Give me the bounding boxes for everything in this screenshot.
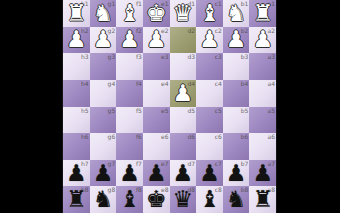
- piece-black-pawn[interactable]: ♟: [90, 160, 117, 187]
- piece-white-king[interactable]: ♚: [143, 0, 170, 27]
- square-coordinate-label: h6: [81, 133, 89, 140]
- square-f7[interactable]: f7♟: [116, 160, 143, 187]
- piece-white-pawn[interactable]: ♟: [196, 27, 223, 54]
- square-coordinate-label: g3: [108, 53, 116, 60]
- piece-white-pawn[interactable]: ♟: [249, 27, 276, 54]
- piece-black-bishop[interactable]: ♝: [116, 186, 143, 213]
- piece-black-rook[interactable]: ♜: [249, 186, 276, 213]
- piece-white-pawn[interactable]: ♟: [143, 27, 170, 54]
- chess-app-stage: h1♜g1♞f1♝e1♚d1♛c1♝b1♞a1♜h2♟g2♟f2♟e2♟d2c2…: [0, 0, 340, 213]
- square-b4[interactable]: b4: [223, 80, 250, 107]
- piece-black-rook[interactable]: ♜: [63, 186, 90, 213]
- square-f1[interactable]: f1♝: [116, 0, 143, 27]
- square-c8[interactable]: c8♝: [196, 186, 223, 213]
- square-e7[interactable]: e7♟: [143, 160, 170, 187]
- piece-black-pawn[interactable]: ♟: [249, 160, 276, 187]
- square-g8[interactable]: g8♞: [90, 186, 117, 213]
- square-g3[interactable]: g3: [90, 53, 117, 80]
- piece-black-knight[interactable]: ♞: [223, 186, 250, 213]
- square-coordinate-label: f3: [136, 53, 142, 60]
- piece-white-knight[interactable]: ♞: [223, 0, 250, 27]
- square-g4[interactable]: g4: [90, 80, 117, 107]
- square-b7[interactable]: b7♟: [223, 160, 250, 187]
- square-coordinate-label: d6: [187, 133, 195, 140]
- square-coordinate-label: b5: [241, 107, 249, 114]
- square-coordinate-label: a3: [268, 53, 276, 60]
- square-f2[interactable]: f2♟: [116, 27, 143, 54]
- square-f3[interactable]: f3: [116, 53, 143, 80]
- square-e6[interactable]: e6: [143, 133, 170, 160]
- square-h6[interactable]: h6: [63, 133, 90, 160]
- piece-white-pawn[interactable]: ♟: [223, 27, 250, 54]
- piece-black-pawn[interactable]: ♟: [223, 160, 250, 187]
- square-coordinate-label: e3: [161, 53, 169, 60]
- piece-black-queen[interactable]: ♛: [170, 186, 197, 213]
- square-d8[interactable]: d8♛: [170, 186, 197, 213]
- square-a2[interactable]: a2♟: [249, 27, 276, 54]
- square-coordinate-label: b4: [241, 80, 249, 87]
- square-a4[interactable]: a4: [249, 80, 276, 107]
- square-h1[interactable]: h1♜: [63, 0, 90, 27]
- square-e5[interactable]: e5: [143, 107, 170, 134]
- square-coordinate-label: a5: [268, 107, 276, 114]
- square-h8[interactable]: h8♜: [63, 186, 90, 213]
- square-e8[interactable]: e8♚: [143, 186, 170, 213]
- square-coordinate-label: g4: [108, 80, 116, 87]
- square-g6[interactable]: g6: [90, 133, 117, 160]
- square-a6[interactable]: a6: [249, 133, 276, 160]
- piece-white-pawn[interactable]: ♟: [116, 27, 143, 54]
- square-coordinate-label: d2: [187, 27, 195, 34]
- square-g2[interactable]: g2♟: [90, 27, 117, 54]
- square-e3[interactable]: e3: [143, 53, 170, 80]
- piece-black-pawn[interactable]: ♟: [196, 160, 223, 187]
- square-a1[interactable]: a1♜: [249, 0, 276, 27]
- square-coordinate-label: c3: [215, 53, 222, 60]
- piece-black-knight[interactable]: ♞: [90, 186, 117, 213]
- square-h2[interactable]: h2♟: [63, 27, 90, 54]
- square-c7[interactable]: c7♟: [196, 160, 223, 187]
- square-c3[interactable]: c3: [196, 53, 223, 80]
- square-c6[interactable]: c6: [196, 133, 223, 160]
- square-f8[interactable]: f8♝: [116, 186, 143, 213]
- square-e4[interactable]: e4: [143, 80, 170, 107]
- square-g7[interactable]: g7♟: [90, 160, 117, 187]
- piece-black-bishop[interactable]: ♝: [196, 186, 223, 213]
- square-coordinate-label: f5: [136, 107, 142, 114]
- square-coordinate-label: c6: [215, 133, 222, 140]
- piece-white-pawn[interactable]: ♟: [90, 27, 117, 54]
- square-d5[interactable]: d5: [170, 107, 197, 134]
- square-coordinate-label: h4: [81, 80, 89, 87]
- square-a7[interactable]: a7♟: [249, 160, 276, 187]
- piece-black-pawn[interactable]: ♟: [143, 160, 170, 187]
- square-c5[interactable]: c5: [196, 107, 223, 134]
- square-c1[interactable]: c1♝: [196, 0, 223, 27]
- square-coordinate-label: d3: [187, 53, 195, 60]
- piece-black-pawn[interactable]: ♟: [116, 160, 143, 187]
- piece-black-pawn[interactable]: ♟: [170, 160, 197, 187]
- square-a8[interactable]: a8♜: [249, 186, 276, 213]
- square-d2[interactable]: d2: [170, 27, 197, 54]
- piece-white-pawn[interactable]: ♟: [170, 80, 197, 107]
- piece-white-queen[interactable]: ♛: [170, 0, 197, 27]
- piece-white-bishop[interactable]: ♝: [196, 0, 223, 27]
- square-d3[interactable]: d3: [170, 53, 197, 80]
- square-f4[interactable]: f4: [116, 80, 143, 107]
- square-b5[interactable]: b5: [223, 107, 250, 134]
- square-coordinate-label: b6: [241, 133, 249, 140]
- square-e1[interactable]: e1♚: [143, 0, 170, 27]
- piece-black-king[interactable]: ♚: [143, 186, 170, 213]
- square-coordinate-label: a4: [268, 80, 276, 87]
- square-b1[interactable]: b1♞: [223, 0, 250, 27]
- square-h7[interactable]: h7♟: [63, 160, 90, 187]
- square-f6[interactable]: f6: [116, 133, 143, 160]
- square-g1[interactable]: g1♞: [90, 0, 117, 27]
- square-coordinate-label: f6: [136, 133, 142, 140]
- square-coordinate-label: e5: [161, 107, 169, 114]
- square-coordinate-label: e4: [161, 80, 169, 87]
- square-e2[interactable]: e2♟: [143, 27, 170, 54]
- piece-white-rook[interactable]: ♜: [249, 0, 276, 27]
- square-c4[interactable]: c4: [196, 80, 223, 107]
- square-h5[interactable]: h5: [63, 107, 90, 134]
- square-coordinate-label: a6: [268, 133, 276, 140]
- square-coordinate-label: g6: [108, 133, 116, 140]
- square-coordinate-label: b3: [241, 53, 249, 60]
- square-a5[interactable]: a5: [249, 107, 276, 134]
- square-coordinate-label: h3: [81, 53, 89, 60]
- square-coordinate-label: e6: [161, 133, 169, 140]
- square-coordinate-label: f4: [136, 80, 142, 87]
- square-d6[interactable]: d6: [170, 133, 197, 160]
- square-b2[interactable]: b2♟: [223, 27, 250, 54]
- piece-white-bishop[interactable]: ♝: [116, 0, 143, 27]
- square-coordinate-label: h5: [81, 107, 89, 114]
- square-d1[interactable]: d1♛: [170, 0, 197, 27]
- square-f5[interactable]: f5: [116, 107, 143, 134]
- piece-white-rook[interactable]: ♜: [63, 0, 90, 27]
- square-h4[interactable]: h4: [63, 80, 90, 107]
- square-b3[interactable]: b3: [223, 53, 250, 80]
- square-d7[interactable]: d7♟: [170, 160, 197, 187]
- piece-white-knight[interactable]: ♞: [90, 0, 117, 27]
- square-coordinate-label: d5: [187, 107, 195, 114]
- square-b6[interactable]: b6: [223, 133, 250, 160]
- square-b8[interactable]: b8♞: [223, 186, 250, 213]
- square-d4[interactable]: d4♟: [170, 80, 197, 107]
- square-h3[interactable]: h3: [63, 53, 90, 80]
- piece-white-pawn[interactable]: ♟: [63, 27, 90, 54]
- square-a3[interactable]: a3: [249, 53, 276, 80]
- square-c2[interactable]: c2♟: [196, 27, 223, 54]
- chess-board: h1♜g1♞f1♝e1♚d1♛c1♝b1♞a1♜h2♟g2♟f2♟e2♟d2c2…: [63, 0, 276, 213]
- square-coordinate-label: c4: [215, 80, 222, 87]
- square-g5[interactable]: g5: [90, 107, 117, 134]
- square-coordinate-label: g5: [108, 107, 116, 114]
- square-coordinate-label: c5: [215, 107, 222, 114]
- piece-black-pawn[interactable]: ♟: [63, 160, 90, 187]
